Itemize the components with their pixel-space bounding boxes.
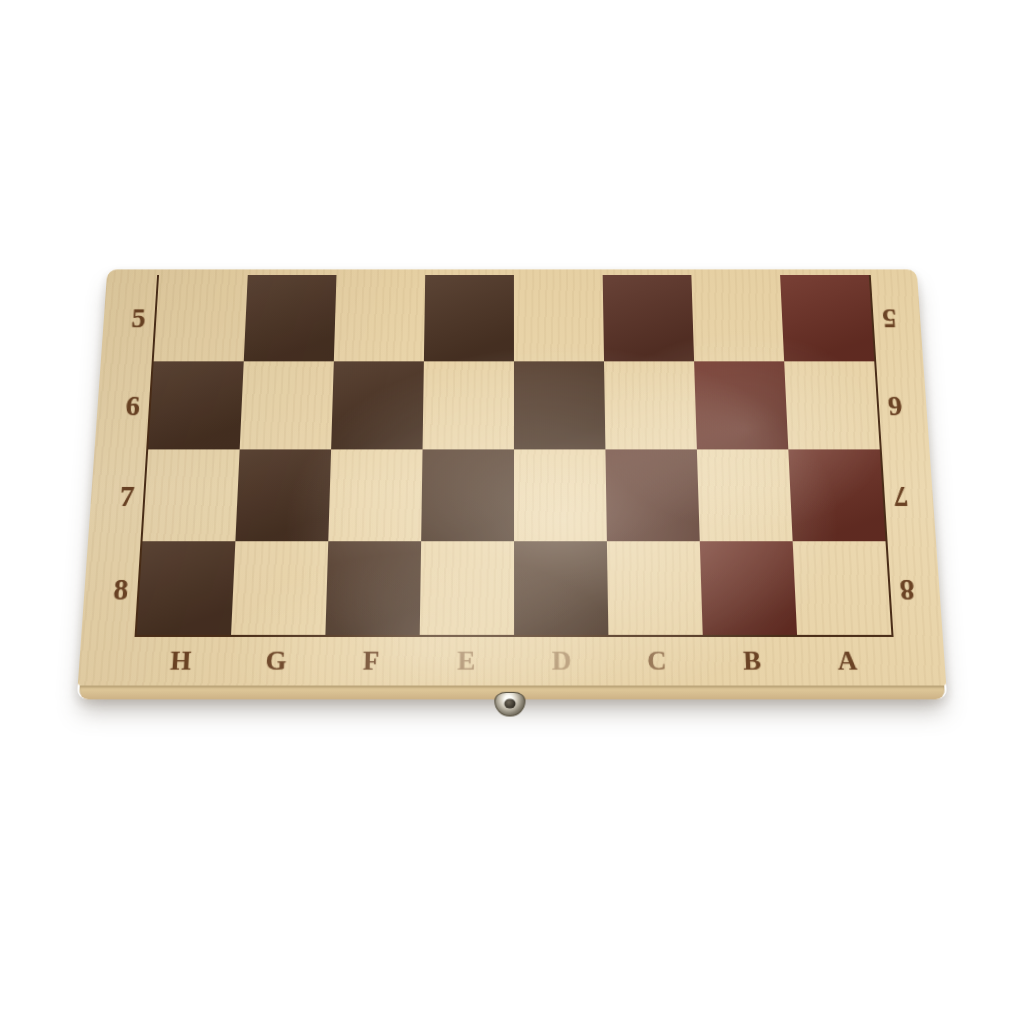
file-label-g: G [265,645,287,677]
board-square-a6 [784,361,880,450]
file-label-c: C [647,645,667,677]
board-square-b5 [691,275,784,361]
board-square-h6 [148,361,244,450]
rank-label-right-5: 5 [881,302,897,333]
board-square-d5 [514,275,604,361]
file-labels: HGFEDCBA [132,637,897,686]
board-square-f7 [328,449,422,540]
file-label-d: D [552,645,572,677]
board-square-h5 [154,275,248,361]
photo-background: 5678 5678 HGFEDCBA [0,0,1024,1024]
board-square-f8 [325,541,421,635]
file-label-b: B [743,645,762,677]
board-square-h7 [143,449,240,540]
rank-label-left-5: 5 [131,302,147,333]
board-square-b6 [694,361,788,450]
board-square-b8 [700,541,797,635]
board-square-g8 [231,541,328,635]
file-label-h: H [169,645,192,677]
rank-label-left-8: 8 [112,572,129,606]
board-square-d8 [514,541,608,635]
board-squares [135,275,894,637]
board-square-c8 [607,541,703,635]
board-square-a7 [788,449,885,540]
board-square-d7 [514,449,607,540]
board-square-a5 [780,275,874,361]
board-square-c5 [603,275,694,361]
board-square-e6 [423,361,514,450]
file-label-e: E [457,645,475,677]
file-label-f: F [363,645,380,677]
board-square-a8 [793,541,892,635]
rank-label-right-7: 7 [893,480,910,513]
board-square-c6 [604,361,697,450]
board-square-h8 [137,541,236,635]
board-square-f5 [334,275,425,361]
file-label-a: A [837,645,858,677]
board-square-f6 [331,361,424,450]
board-square-e5 [424,275,514,361]
board-square-g7 [235,449,331,540]
rank-label-right-8: 8 [899,572,916,606]
board-square-c7 [605,449,699,540]
metal-clasp [494,692,525,717]
board-square-e8 [420,541,514,635]
chess-box-wrap: 5678 5678 HGFEDCBA [77,269,948,699]
board-square-g5 [244,275,337,361]
board-square-g6 [240,361,334,450]
chess-box: 5678 5678 HGFEDCBA [77,269,948,699]
rank-label-left-6: 6 [125,390,141,422]
board-square-b7 [697,449,793,540]
rank-label-left-7: 7 [119,480,136,513]
board-square-d6 [514,361,605,450]
board-square-e7 [421,449,514,540]
board-face: 5678 5678 HGFEDCBA [78,269,947,685]
rank-label-right-6: 6 [887,390,903,422]
